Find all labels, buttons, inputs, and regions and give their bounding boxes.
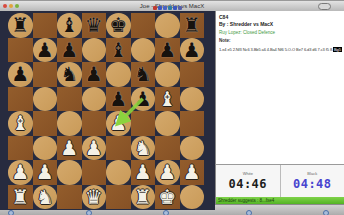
square-h4[interactable] [180, 111, 205, 136]
square-e3[interactable] [106, 136, 131, 161]
square-f5[interactable]: ♟ [131, 87, 156, 112]
square-d3[interactable]: ♟ [82, 136, 107, 161]
toolbar-mini-icons [153, 6, 182, 10]
square-f2[interactable]: ♟ [131, 160, 156, 185]
piece-black-pawn[interactable]: ♟ [180, 38, 205, 63]
square-f8[interactable] [131, 13, 156, 38]
piece-black-pawn[interactable]: ♟ [131, 87, 156, 112]
square-c5[interactable] [57, 87, 82, 112]
square-e4[interactable]: ♟ [106, 111, 131, 136]
square-a3[interactable] [8, 136, 33, 161]
square-e5[interactable]: ♟ [106, 87, 131, 112]
square-c8[interactable]: ♝ [57, 13, 82, 38]
square-b7[interactable]: ♟ [33, 38, 58, 63]
square-f3[interactable]: ♞ [131, 136, 156, 161]
piece-white-bishop[interactable]: ♝ [155, 87, 180, 112]
square-d6[interactable]: ♟ [82, 62, 107, 87]
move-list[interactable]: 1.e4 e5 2.Nf3 Nc6 3.Bb5 a6 4.Ba4 Nf6 5.O… [219, 47, 342, 52]
square-b3[interactable] [33, 136, 58, 161]
piece-black-king[interactable]: ♚ [106, 13, 131, 38]
piece-black-pawn[interactable]: ♟ [57, 38, 82, 63]
square-a4[interactable]: ♝ [8, 111, 33, 136]
square-c4[interactable] [57, 111, 82, 136]
square-b1[interactable]: ♞ [33, 185, 58, 210]
square-d7[interactable] [82, 38, 107, 63]
piece-black-pawn[interactable]: ♟ [106, 87, 131, 112]
square-a1[interactable]: ♜ [8, 185, 33, 210]
toolbar-icon[interactable] [168, 6, 172, 10]
window-widget-icon[interactable] [86, 210, 92, 215]
piece-black-knight[interactable]: ♞ [57, 62, 82, 87]
square-b4[interactable] [33, 111, 58, 136]
toolbar-icon[interactable] [158, 6, 162, 10]
window-widget-icon[interactable] [246, 210, 252, 215]
square-d1[interactable]: ♛ [82, 185, 107, 210]
piece-white-pawn[interactable]: ♟ [8, 160, 33, 185]
piece-black-rook[interactable]: ♜ [180, 13, 205, 38]
piece-white-pawn[interactable]: ♟ [82, 136, 107, 161]
square-b2[interactable]: ♟ [33, 160, 58, 185]
square-b5[interactable] [33, 87, 58, 112]
square-g1[interactable]: ♚ [155, 185, 180, 210]
piece-black-pawn[interactable]: ♟ [8, 62, 33, 87]
status-message: Shredder suggests : 8...fxe4 [216, 197, 344, 204]
square-c1[interactable] [57, 185, 82, 210]
piece-white-pawn[interactable]: ♟ [180, 160, 205, 185]
square-g2[interactable]: ♟ [155, 160, 180, 185]
square-c7[interactable]: ♟ [57, 38, 82, 63]
white-clock-time: 04:46 [216, 177, 280, 191]
window-widget-icon[interactable] [163, 210, 169, 215]
square-g4[interactable] [155, 111, 180, 136]
chess-board[interactable]: ♜♝♛♚♜♟♟♝♟♟♟♞♟♞♟♟♝♝♟♟♟♞♟♟♟♟♟♜♞♛♜♚ [8, 13, 204, 209]
toolbar-icon[interactable] [178, 6, 182, 10]
chess-app-window: Joe - Shredder vs MacX ♜♝♛♚♜♟♟♝♟♟♟♞♟♞♟♟♝… [0, 0, 344, 215]
piece-black-pawn[interactable]: ♟ [155, 38, 180, 63]
square-a8[interactable]: ♜ [8, 13, 33, 38]
clock-area: White 04:46 Black 04:48 [215, 164, 344, 197]
square-c2[interactable] [57, 160, 82, 185]
square-e7[interactable]: ♝ [106, 38, 131, 63]
square-f6[interactable]: ♞ [131, 62, 156, 87]
square-e8[interactable]: ♚ [106, 13, 131, 38]
board-frame: ♜♝♛♚♜♟♟♝♟♟♟♞♟♞♟♟♝♝♟♟♟♞♟♟♟♟♟♜♞♛♜♚ [0, 11, 215, 210]
white-clock: White 04:46 [216, 165, 280, 197]
square-a5[interactable] [8, 87, 33, 112]
square-h3[interactable] [180, 136, 205, 161]
players-line: By : Shredder vs MacX [219, 21, 344, 27]
square-b8[interactable] [33, 13, 58, 38]
square-f1[interactable]: ♜ [131, 185, 156, 210]
piece-white-knight[interactable]: ♞ [131, 136, 156, 161]
square-g3[interactable] [155, 136, 180, 161]
opening-name: Ruy Lopez: Closed Defence [219, 30, 344, 35]
toolbar-icon[interactable] [173, 6, 177, 10]
piece-white-pawn[interactable]: ♟ [33, 160, 58, 185]
square-a6[interactable]: ♟ [8, 62, 33, 87]
piece-black-bishop[interactable]: ♝ [57, 13, 82, 38]
notation-panel: C84 By : Shredder vs MacX Ruy Lopez: Clo… [215, 11, 344, 164]
piece-white-king[interactable]: ♚ [155, 185, 180, 210]
moves-text[interactable]: 1.e4 e5 2.Nf3 Nc6 3.Bb5 a6 4.Ba4 Nf6 5.O… [219, 47, 333, 52]
current-move-highlight[interactable]: Bg5 [333, 47, 342, 52]
piece-black-bishop[interactable]: ♝ [106, 38, 131, 63]
square-a2[interactable]: ♟ [8, 160, 33, 185]
square-a7[interactable] [8, 38, 33, 63]
square-h7[interactable]: ♟ [180, 38, 205, 63]
piece-white-rook[interactable]: ♜ [8, 185, 33, 210]
piece-white-pawn[interactable]: ♟ [155, 160, 180, 185]
note-label: Note: [219, 38, 344, 43]
piece-white-pawn[interactable]: ♟ [131, 160, 156, 185]
toolbar-toggle-button[interactable] [318, 3, 331, 10]
square-g6[interactable] [155, 62, 180, 87]
square-f7[interactable] [131, 38, 156, 63]
piece-white-pawn[interactable]: ♟ [57, 136, 82, 161]
square-d5[interactable] [82, 87, 107, 112]
square-d4[interactable] [82, 111, 107, 136]
square-c6[interactable]: ♞ [57, 62, 82, 87]
square-e1[interactable] [106, 185, 131, 210]
window-widget-icon[interactable] [323, 210, 329, 215]
square-c3[interactable]: ♟ [57, 136, 82, 161]
black-clock-time: 04:48 [281, 177, 344, 191]
square-d2[interactable] [82, 160, 107, 185]
toolbar-icon[interactable] [163, 6, 167, 10]
piece-white-rook[interactable]: ♜ [131, 185, 156, 210]
square-g7[interactable]: ♟ [155, 38, 180, 63]
piece-black-pawn[interactable]: ♟ [33, 38, 58, 63]
black-clock-label: Black [281, 171, 344, 176]
piece-black-queen[interactable]: ♛ [82, 13, 107, 38]
piece-black-pawn[interactable]: ♟ [82, 62, 107, 87]
square-h5[interactable] [180, 87, 205, 112]
square-e2[interactable] [106, 160, 131, 185]
black-clock: Black 04:48 [280, 165, 344, 197]
square-e6[interactable] [106, 62, 131, 87]
eco-code: C84 [219, 14, 344, 20]
piece-white-queen[interactable]: ♛ [82, 185, 107, 210]
square-g8[interactable] [155, 13, 180, 38]
square-h2[interactable]: ♟ [180, 160, 205, 185]
piece-black-knight[interactable]: ♞ [131, 62, 156, 87]
status-bar: Shredder suggests : 8...fxe4 [215, 197, 344, 204]
square-h8[interactable]: ♜ [180, 13, 205, 38]
square-f4[interactable] [131, 111, 156, 136]
piece-black-rook[interactable]: ♜ [8, 13, 33, 38]
piece-white-bishop[interactable]: ♝ [8, 111, 33, 136]
square-h1[interactable] [180, 185, 205, 210]
square-d8[interactable]: ♛ [82, 13, 107, 38]
toolbar-icon[interactable] [153, 6, 157, 10]
white-clock-label: White [216, 171, 280, 176]
piece-white-knight[interactable]: ♞ [33, 185, 58, 210]
piece-white-pawn[interactable]: ♟ [106, 111, 131, 136]
square-g5[interactable]: ♝ [155, 87, 180, 112]
square-h6[interactable] [180, 62, 205, 87]
square-b6[interactable] [33, 62, 58, 87]
window-widget-icon[interactable] [8, 210, 14, 215]
